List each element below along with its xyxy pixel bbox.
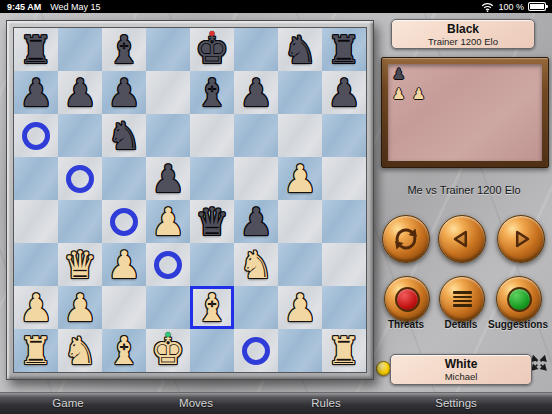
square-c1[interactable]: ♝ bbox=[102, 329, 146, 372]
square-d3[interactable] bbox=[146, 243, 190, 286]
white-rook: ♜ bbox=[19, 332, 53, 370]
square-f4[interactable]: ♟ bbox=[234, 200, 278, 243]
white-pawn: ♟ bbox=[107, 246, 141, 284]
tab-bar: GameMovesRulesSettings bbox=[0, 392, 552, 414]
square-h3[interactable] bbox=[322, 243, 366, 286]
back-arrow-icon bbox=[449, 226, 475, 252]
forward-button[interactable] bbox=[497, 215, 545, 263]
move-hint-ring bbox=[110, 208, 138, 236]
black-king-jewel bbox=[210, 31, 215, 36]
black-bishop: ♝ bbox=[195, 74, 229, 112]
square-g1[interactable] bbox=[278, 329, 322, 372]
chess-board[interactable]: ♜♝♚♞♜♟♟♟♝♟♟♞♟♟♟♛♟♛♟♞♟♟♝♟♜♞♝♚♜ bbox=[14, 28, 366, 372]
black-player-name: Black bbox=[392, 22, 534, 36]
square-c4[interactable] bbox=[102, 200, 146, 243]
square-f1[interactable] bbox=[234, 329, 278, 372]
white-player-name: White bbox=[391, 357, 531, 371]
square-a8[interactable]: ♜ bbox=[14, 28, 58, 71]
black-pawn: ♟ bbox=[107, 74, 141, 112]
square-a1[interactable]: ♜ bbox=[14, 329, 58, 372]
square-g4[interactable] bbox=[278, 200, 322, 243]
white-king-jewel bbox=[166, 332, 171, 337]
white-player-card[interactable]: White Michael bbox=[390, 354, 532, 385]
square-d7[interactable] bbox=[146, 71, 190, 114]
move-hint-ring bbox=[66, 165, 94, 193]
square-e8[interactable]: ♚ bbox=[190, 28, 234, 71]
square-a3[interactable] bbox=[14, 243, 58, 286]
square-a7[interactable]: ♟ bbox=[14, 71, 58, 114]
captured-white-pawn: ♟ bbox=[392, 87, 405, 102]
tab-moves[interactable]: Moves bbox=[179, 397, 213, 409]
captured-white-pawn: ♟ bbox=[412, 87, 425, 102]
tab-rules[interactable]: Rules bbox=[311, 397, 340, 409]
white-bishop: ♝ bbox=[107, 332, 141, 370]
square-h6[interactable] bbox=[322, 114, 366, 157]
white-pawn: ♟ bbox=[151, 203, 185, 241]
status-left: 9:45 AM Wed May 15 bbox=[0, 2, 101, 12]
black-pawn: ♟ bbox=[63, 74, 97, 112]
battery-icon bbox=[528, 2, 546, 11]
square-f7[interactable]: ♟ bbox=[234, 71, 278, 114]
move-hint-ring bbox=[22, 122, 50, 150]
captured-pieces-area: ♟♟♟ bbox=[388, 64, 542, 161]
details-button[interactable] bbox=[439, 276, 485, 322]
square-g2[interactable]: ♟ bbox=[278, 286, 322, 329]
replay-button[interactable] bbox=[382, 215, 430, 263]
white-bishop: ♝ bbox=[195, 289, 229, 327]
white-knight: ♞ bbox=[63, 332, 97, 370]
white-queen: ♛ bbox=[63, 246, 97, 284]
tab-game[interactable]: Game bbox=[52, 397, 83, 409]
white-pawn: ♟ bbox=[19, 289, 53, 327]
square-d8[interactable] bbox=[146, 28, 190, 71]
square-f3[interactable]: ♞ bbox=[234, 243, 278, 286]
move-hint-ring bbox=[154, 251, 182, 279]
square-b4[interactable] bbox=[58, 200, 102, 243]
black-knight: ♞ bbox=[283, 31, 317, 69]
square-d1[interactable]: ♚ bbox=[146, 329, 190, 372]
forward-arrow-icon bbox=[508, 226, 534, 252]
white-pawn: ♟ bbox=[283, 289, 317, 327]
square-h5[interactable] bbox=[322, 157, 366, 200]
rotate-icon bbox=[392, 225, 420, 253]
suggestions-label: Suggestions bbox=[468, 319, 552, 330]
black-player-subtitle: Trainer 1200 Elo bbox=[392, 36, 534, 47]
square-a2[interactable]: ♟ bbox=[14, 286, 58, 329]
status-right: 100 % bbox=[481, 2, 552, 12]
move-hint-ring bbox=[242, 337, 270, 365]
black-pawn: ♟ bbox=[327, 74, 361, 112]
square-e4[interactable]: ♛ bbox=[190, 200, 234, 243]
square-g3[interactable] bbox=[278, 243, 322, 286]
white-pawn: ♟ bbox=[283, 160, 317, 198]
square-c3[interactable]: ♟ bbox=[102, 243, 146, 286]
square-h2[interactable] bbox=[322, 286, 366, 329]
square-f6[interactable] bbox=[234, 114, 278, 157]
square-g8[interactable]: ♞ bbox=[278, 28, 322, 71]
square-b2[interactable]: ♟ bbox=[58, 286, 102, 329]
square-e1[interactable] bbox=[190, 329, 234, 372]
date: Wed May 15 bbox=[50, 2, 100, 12]
square-e6[interactable] bbox=[190, 114, 234, 157]
square-h8[interactable]: ♜ bbox=[322, 28, 366, 71]
square-h7[interactable]: ♟ bbox=[322, 71, 366, 114]
suggestions-button[interactable] bbox=[496, 276, 542, 322]
black-pawn: ♟ bbox=[151, 160, 185, 198]
app-screen: 9:45 AM Wed May 15 100 % ♜♝♚♞♜♟♟♟♝♟♟♞♟♟♟… bbox=[0, 0, 552, 414]
turn-indicator-dot bbox=[376, 361, 391, 376]
black-rook: ♜ bbox=[327, 31, 361, 69]
chess-board-frame: ♜♝♚♞♜♟♟♟♝♟♟♞♟♟♟♛♟♛♟♞♟♟♝♟♜♞♝♚♜ bbox=[6, 20, 374, 380]
square-e2[interactable]: ♝ bbox=[190, 286, 234, 329]
black-pawn: ♟ bbox=[19, 74, 53, 112]
square-b1[interactable]: ♞ bbox=[58, 329, 102, 372]
square-c5[interactable] bbox=[102, 157, 146, 200]
square-b6[interactable] bbox=[58, 114, 102, 157]
captured-pieces-tray: ♟♟♟ bbox=[381, 57, 549, 168]
white-king: ♚ bbox=[151, 332, 185, 370]
square-c7[interactable]: ♟ bbox=[102, 71, 146, 114]
square-d4[interactable]: ♟ bbox=[146, 200, 190, 243]
white-player-subtitle: Michael bbox=[391, 371, 531, 382]
wifi-icon bbox=[481, 2, 494, 12]
red-dot-icon bbox=[395, 287, 420, 312]
square-a5[interactable] bbox=[14, 157, 58, 200]
battery-percent: 100 % bbox=[498, 2, 524, 12]
square-b3[interactable]: ♛ bbox=[58, 243, 102, 286]
green-dot-icon bbox=[507, 287, 532, 312]
square-d2[interactable] bbox=[146, 286, 190, 329]
square-d5[interactable]: ♟ bbox=[146, 157, 190, 200]
match-label: Me vs Trainer 1200 Elo bbox=[376, 184, 552, 196]
status-bar: 9:45 AM Wed May 15 100 % bbox=[0, 0, 552, 13]
back-button[interactable] bbox=[438, 215, 486, 263]
square-e3[interactable] bbox=[190, 243, 234, 286]
square-d6[interactable] bbox=[146, 114, 190, 157]
square-f2[interactable] bbox=[234, 286, 278, 329]
black-player-card[interactable]: Black Trainer 1200 Elo bbox=[391, 19, 535, 49]
black-pawn: ♟ bbox=[239, 203, 273, 241]
tab-settings[interactable]: Settings bbox=[435, 397, 477, 409]
white-knight: ♞ bbox=[239, 246, 273, 284]
square-f5[interactable] bbox=[234, 157, 278, 200]
white-rook: ♜ bbox=[327, 332, 361, 370]
menu-lines-icon bbox=[453, 290, 472, 309]
square-h4[interactable] bbox=[322, 200, 366, 243]
white-pawn: ♟ bbox=[63, 289, 97, 327]
square-g6[interactable] bbox=[278, 114, 322, 157]
square-c8[interactable]: ♝ bbox=[102, 28, 146, 71]
black-bishop: ♝ bbox=[107, 31, 141, 69]
black-rook: ♜ bbox=[19, 31, 53, 69]
clock: 9:45 AM bbox=[7, 2, 41, 12]
expand-icon[interactable] bbox=[531, 355, 547, 371]
square-b8[interactable] bbox=[58, 28, 102, 71]
square-c2[interactable] bbox=[102, 286, 146, 329]
square-e5[interactable] bbox=[190, 157, 234, 200]
square-f8[interactable] bbox=[234, 28, 278, 71]
black-pawn: ♟ bbox=[239, 74, 273, 112]
square-b7[interactable]: ♟ bbox=[58, 71, 102, 114]
black-knight: ♞ bbox=[107, 117, 141, 155]
square-h1[interactable]: ♜ bbox=[322, 329, 366, 372]
black-queen: ♛ bbox=[195, 203, 229, 241]
square-b5[interactable] bbox=[58, 157, 102, 200]
captured-black-pawn: ♟ bbox=[392, 67, 405, 82]
black-king: ♚ bbox=[195, 31, 229, 69]
square-g7[interactable] bbox=[278, 71, 322, 114]
square-a4[interactable] bbox=[14, 200, 58, 243]
square-a6[interactable] bbox=[14, 114, 58, 157]
square-g5[interactable]: ♟ bbox=[278, 157, 322, 200]
square-c6[interactable]: ♞ bbox=[102, 114, 146, 157]
threats-button[interactable] bbox=[384, 276, 430, 322]
square-e7[interactable]: ♝ bbox=[190, 71, 234, 114]
